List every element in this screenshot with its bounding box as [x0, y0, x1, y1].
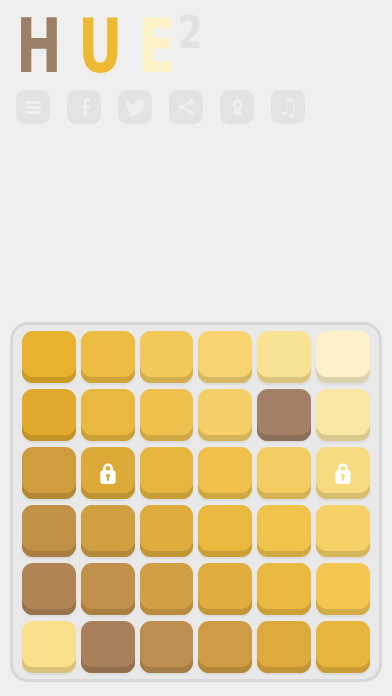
tile-r5c2[interactable] [81, 563, 135, 615]
tile-r4c6[interactable] [316, 505, 370, 557]
tile-r3c2[interactable] [81, 447, 135, 499]
twitter-icon [125, 97, 146, 118]
achievements-button[interactable] [220, 90, 254, 124]
tile-r3c6[interactable] [316, 447, 370, 499]
logo-letter-u: U [78, 9, 122, 83]
tile-r1c2[interactable] [81, 331, 135, 383]
logo-letter-h: H [16, 9, 62, 83]
tile-r3c5[interactable] [257, 447, 311, 499]
twitter-button[interactable] [118, 90, 152, 124]
menu-icon [23, 97, 44, 118]
tile-r4c4[interactable] [198, 505, 252, 557]
tile-r4c5[interactable] [257, 505, 311, 557]
tile-r5c5[interactable] [257, 563, 311, 615]
lock-icon [332, 460, 354, 486]
tile-r2c3[interactable] [140, 389, 194, 441]
tile-r2c2[interactable] [81, 389, 135, 441]
tile-r1c5[interactable] [257, 331, 311, 383]
tile-r1c3[interactable] [140, 331, 194, 383]
share-icon [176, 97, 196, 117]
tile-r1c6[interactable] [316, 331, 370, 383]
facebook-button[interactable] [67, 90, 101, 124]
tile-r3c1[interactable] [22, 447, 76, 499]
tile-r6c3[interactable] [140, 621, 194, 673]
tile-r6c6[interactable] [316, 621, 370, 673]
menu-button[interactable] [16, 90, 50, 124]
tile-r4c3[interactable] [140, 505, 194, 557]
logo-superscript-2: 2 [178, 11, 203, 55]
tile-r5c3[interactable] [140, 563, 194, 615]
tile-r2c5[interactable] [257, 389, 311, 441]
tile-r4c1[interactable] [22, 505, 76, 557]
tile-r6c2[interactable] [81, 621, 135, 673]
tile-r2c6[interactable] [316, 389, 370, 441]
tile-r3c4[interactable] [198, 447, 252, 499]
tile-r1c4[interactable] [198, 331, 252, 383]
logo-letter-e: E [138, 9, 175, 83]
app-logo: HUE 2 [16, 9, 189, 81]
music-button[interactable]: ♫ [271, 90, 305, 124]
tile-r6c5[interactable] [257, 621, 311, 673]
tile-r2c1[interactable] [22, 389, 76, 441]
tile-r6c4[interactable] [198, 621, 252, 673]
music-note-icon: ♫ [277, 95, 299, 119]
tile-r1c1[interactable] [22, 331, 76, 383]
tile-r3c3[interactable] [140, 447, 194, 499]
share-button[interactable] [169, 90, 203, 124]
medal-icon [227, 97, 248, 118]
tile-r5c4[interactable] [198, 563, 252, 615]
tile-r4c2[interactable] [81, 505, 135, 557]
facebook-icon [73, 96, 95, 118]
puzzle-board [10, 322, 382, 682]
tile-r5c1[interactable] [22, 563, 76, 615]
tile-r5c6[interactable] [316, 563, 370, 615]
board-grid [22, 331, 370, 673]
tile-r6c1[interactable] [22, 621, 76, 673]
lock-icon [97, 460, 119, 486]
toolbar: ♫ [16, 90, 305, 124]
tile-r2c4[interactable] [198, 389, 252, 441]
